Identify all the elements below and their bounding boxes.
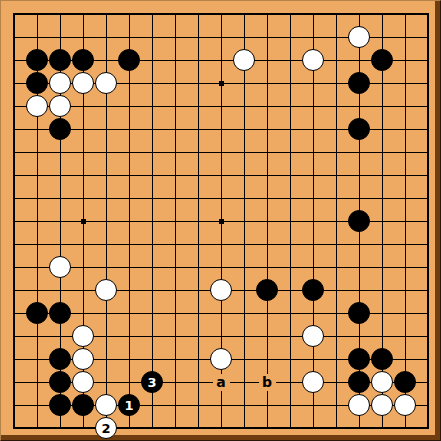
grid-line-vertical xyxy=(244,13,245,429)
go-board[interactable]: 3ab12 xyxy=(0,0,441,441)
black-stone[interactable] xyxy=(348,118,370,140)
white-stone[interactable] xyxy=(72,72,94,94)
white-stone[interactable] xyxy=(49,72,71,94)
star-point xyxy=(81,219,86,224)
white-stone[interactable] xyxy=(348,26,370,48)
black-stone[interactable] xyxy=(348,302,370,324)
black-stone[interactable] xyxy=(118,49,140,71)
board-frame-shadow-bottom xyxy=(1,435,440,440)
black-stone[interactable] xyxy=(49,302,71,324)
grid-line-vertical xyxy=(336,13,337,429)
black-stone-move-1[interactable]: 1 xyxy=(118,394,140,416)
black-stone[interactable] xyxy=(26,302,48,324)
black-stone[interactable] xyxy=(348,371,370,393)
star-point xyxy=(219,81,224,86)
black-stone[interactable] xyxy=(72,49,94,71)
black-stone[interactable] xyxy=(49,394,71,416)
black-stone[interactable] xyxy=(348,72,370,94)
black-stone-move-3[interactable]: 3 xyxy=(141,371,163,393)
black-stone[interactable] xyxy=(371,49,393,71)
grid-line-vertical xyxy=(427,13,429,429)
point-label-b[interactable]: b xyxy=(259,374,276,391)
white-stone[interactable] xyxy=(26,95,48,117)
white-stone[interactable] xyxy=(72,325,94,347)
grid-line-horizontal xyxy=(13,427,429,429)
black-stone[interactable] xyxy=(49,49,71,71)
black-stone[interactable] xyxy=(72,394,94,416)
white-stone-move-2[interactable]: 2 xyxy=(95,417,117,439)
white-stone[interactable] xyxy=(210,279,232,301)
move-number: 2 xyxy=(101,422,110,435)
white-stone[interactable] xyxy=(95,279,117,301)
black-stone[interactable] xyxy=(394,371,416,393)
grid-line-vertical xyxy=(290,13,291,429)
move-number: 1 xyxy=(124,399,133,412)
black-stone[interactable] xyxy=(256,279,278,301)
white-stone[interactable] xyxy=(348,394,370,416)
grid-line-horizontal xyxy=(13,267,429,268)
white-stone[interactable] xyxy=(371,394,393,416)
white-stone[interactable] xyxy=(210,348,232,370)
black-stone[interactable] xyxy=(371,348,393,370)
white-stone[interactable] xyxy=(302,49,324,71)
white-stone[interactable] xyxy=(302,371,324,393)
white-stone[interactable] xyxy=(95,72,117,94)
black-stone[interactable] xyxy=(348,348,370,370)
point-label-a[interactable]: a xyxy=(213,374,230,391)
white-stone[interactable] xyxy=(49,95,71,117)
board-frame-shadow-right xyxy=(435,1,440,440)
black-stone[interactable] xyxy=(49,118,71,140)
black-stone[interactable] xyxy=(49,371,71,393)
white-stone[interactable] xyxy=(49,256,71,278)
grid-line-horizontal xyxy=(13,244,429,245)
star-point xyxy=(219,219,224,224)
white-stone[interactable] xyxy=(302,325,324,347)
white-stone[interactable] xyxy=(394,394,416,416)
move-number: 3 xyxy=(147,376,156,389)
white-stone[interactable] xyxy=(72,371,94,393)
white-stone[interactable] xyxy=(233,49,255,71)
grid-line-vertical xyxy=(267,13,268,429)
white-stone[interactable] xyxy=(371,371,393,393)
white-stone[interactable] xyxy=(72,348,94,370)
black-stone[interactable] xyxy=(348,210,370,232)
black-stone[interactable] xyxy=(26,49,48,71)
black-stone[interactable] xyxy=(26,72,48,94)
grid-line-vertical xyxy=(313,13,314,429)
black-stone[interactable] xyxy=(302,279,324,301)
black-stone[interactable] xyxy=(49,348,71,370)
white-stone[interactable] xyxy=(95,394,117,416)
grid-line-vertical xyxy=(405,13,406,429)
screenshot-stage: 3ab12 xyxy=(0,0,441,441)
